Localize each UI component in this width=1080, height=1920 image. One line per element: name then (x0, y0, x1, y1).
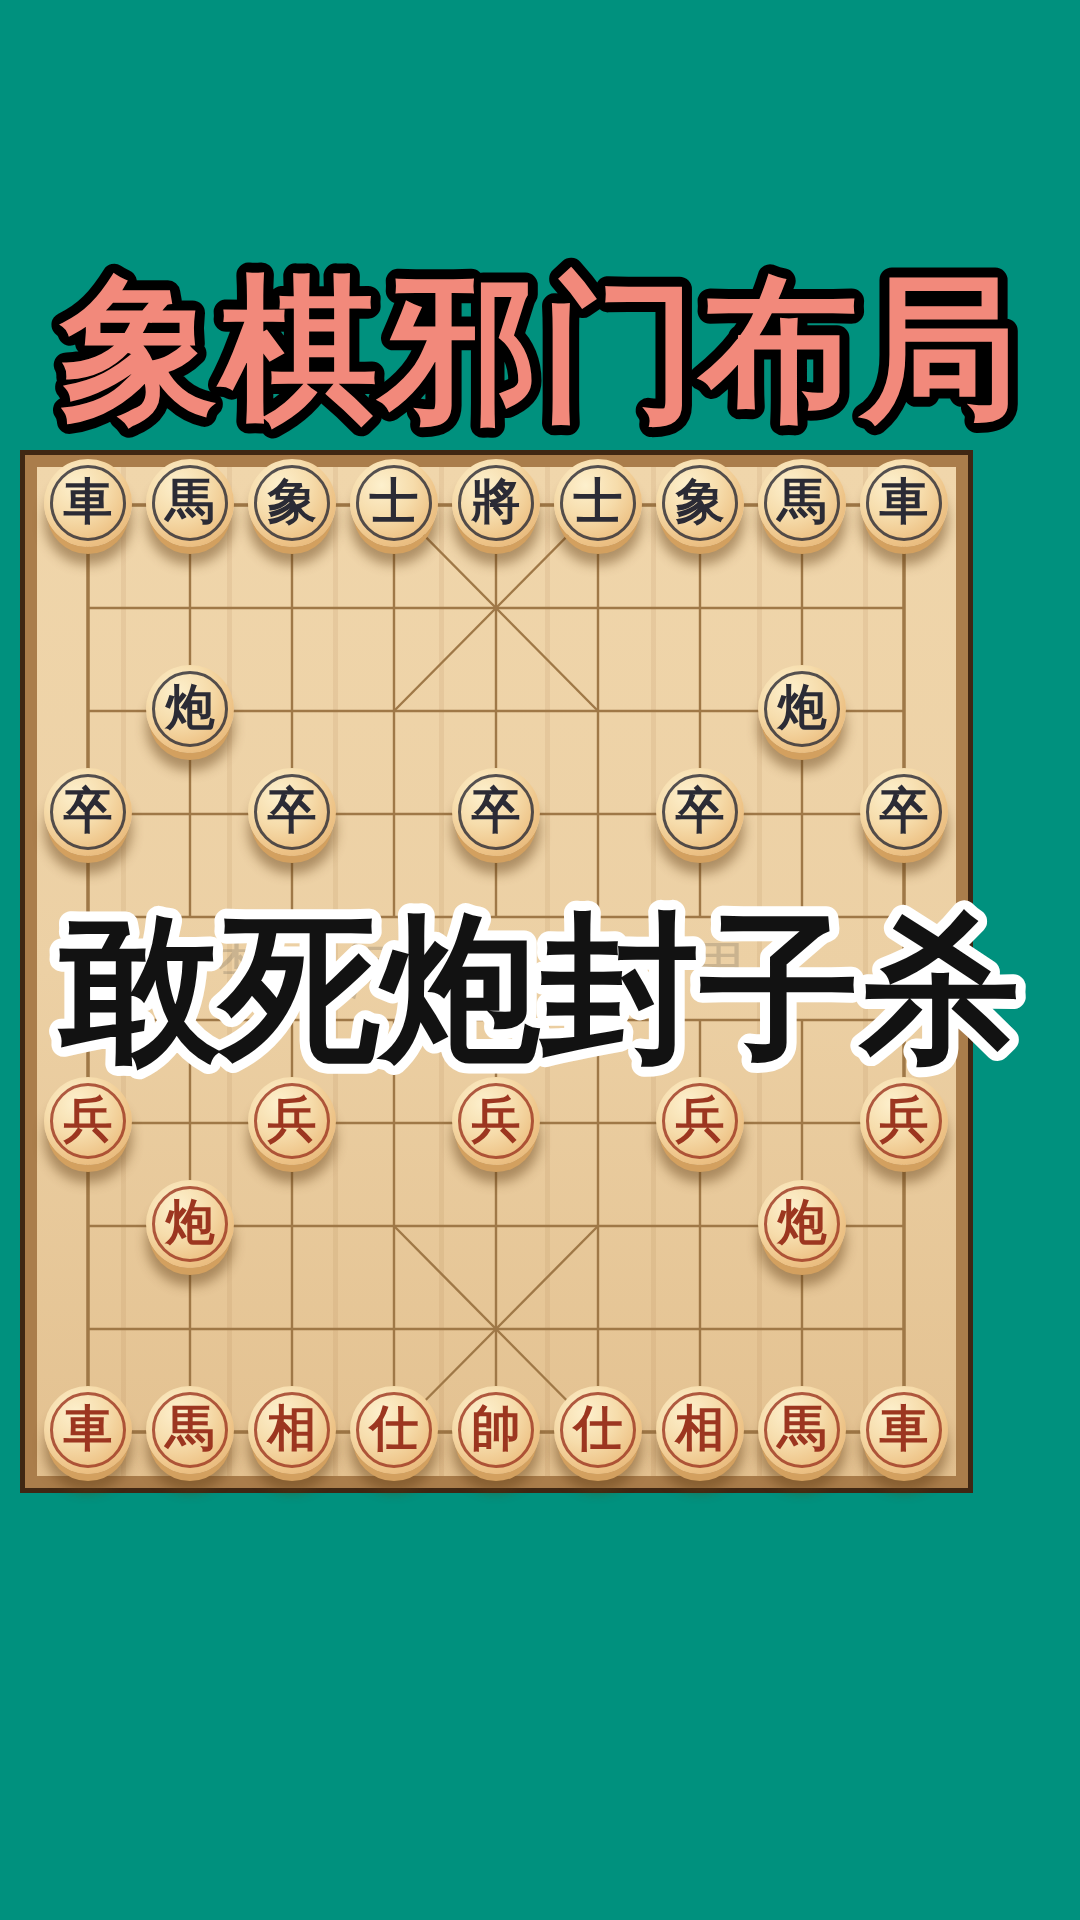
xiangqi-piece-black[interactable]: 卒 (656, 768, 744, 856)
piece-character: 卒 (268, 786, 317, 835)
page-title: 象棋邪门布局 (59, 263, 1020, 438)
xiangqi-piece-black[interactable]: 卒 (452, 768, 540, 856)
stage: 象棋邪门布局 (0, 0, 1080, 1920)
xiangqi-piece-black[interactable]: 將 (452, 459, 540, 547)
piece-character: 馬 (778, 1404, 827, 1453)
piece-character: 炮 (166, 1198, 215, 1247)
piece-character: 馬 (778, 477, 827, 526)
xiangqi-piece-black[interactable]: 炮 (146, 665, 234, 753)
title-banner: 象棋邪门布局 (0, 238, 1080, 453)
xiangqi-piece-red[interactable]: 車 (44, 1386, 132, 1474)
xiangqi-piece-black[interactable]: 象 (248, 459, 336, 547)
piece-character: 士 (370, 477, 419, 526)
xiangqi-piece-red[interactable]: 馬 (758, 1386, 846, 1474)
piece-character: 炮 (166, 683, 215, 732)
piece-character: 將 (472, 477, 521, 526)
piece-character: 象 (268, 477, 317, 526)
piece-character: 相 (676, 1404, 725, 1453)
xiangqi-piece-black[interactable]: 車 (44, 459, 132, 547)
piece-character: 仕 (574, 1404, 623, 1453)
xiangqi-piece-black[interactable]: 士 (350, 459, 438, 547)
piece-character: 士 (574, 477, 623, 526)
xiangqi-piece-red[interactable]: 仕 (350, 1386, 438, 1474)
piece-character: 馬 (166, 477, 215, 526)
xiangqi-piece-red[interactable]: 仕 (554, 1386, 642, 1474)
xiangqi-piece-black[interactable]: 卒 (44, 768, 132, 856)
xiangqi-piece-black[interactable]: 馬 (758, 459, 846, 547)
piece-character: 炮 (778, 1198, 827, 1247)
piece-character: 車 (880, 1404, 929, 1453)
caption-text: 敢死炮封子杀 (57, 899, 1020, 1078)
piece-character: 卒 (472, 786, 521, 835)
xiangqi-piece-red[interactable]: 相 (656, 1386, 744, 1474)
xiangqi-piece-red[interactable]: 帥 (452, 1386, 540, 1474)
xiangqi-piece-black[interactable]: 卒 (860, 768, 948, 856)
piece-character: 象 (676, 477, 725, 526)
xiangqi-piece-red[interactable]: 炮 (146, 1180, 234, 1268)
xiangqi-piece-black[interactable]: 卒 (248, 768, 336, 856)
xiangqi-piece-red[interactable]: 車 (860, 1386, 948, 1474)
xiangqi-piece-black[interactable]: 炮 (758, 665, 846, 753)
piece-character: 車 (64, 477, 113, 526)
xiangqi-piece-red[interactable]: 相 (248, 1386, 336, 1474)
piece-character: 車 (64, 1404, 113, 1453)
piece-character: 卒 (64, 786, 113, 835)
caption-banner: 敢死炮封子杀 (0, 884, 1080, 1104)
piece-character: 帥 (472, 1404, 521, 1453)
piece-character: 車 (880, 477, 929, 526)
xiangqi-piece-black[interactable]: 馬 (146, 459, 234, 547)
piece-character: 仕 (370, 1404, 419, 1453)
xiangqi-piece-red[interactable]: 馬 (146, 1386, 234, 1474)
xiangqi-piece-red[interactable]: 炮 (758, 1180, 846, 1268)
piece-character: 卒 (676, 786, 725, 835)
piece-character: 卒 (880, 786, 929, 835)
piece-character: 馬 (166, 1404, 215, 1453)
piece-character: 炮 (778, 683, 827, 732)
xiangqi-piece-black[interactable]: 車 (860, 459, 948, 547)
piece-character: 相 (268, 1404, 317, 1453)
xiangqi-piece-black[interactable]: 象 (656, 459, 744, 547)
xiangqi-piece-black[interactable]: 士 (554, 459, 642, 547)
